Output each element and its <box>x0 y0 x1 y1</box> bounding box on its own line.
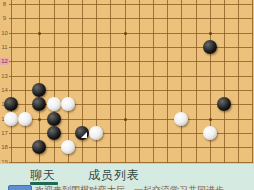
grid-line <box>125 0 126 163</box>
grid-line <box>224 0 225 163</box>
white-stone[interactable] <box>18 112 32 126</box>
grid-line <box>181 0 182 163</box>
grid-line <box>9 76 253 77</box>
last-move-marker-icon <box>81 132 87 138</box>
grid-line <box>25 0 26 163</box>
user-level-badge <box>8 185 32 190</box>
grid-line <box>238 0 239 163</box>
grid-line <box>9 18 253 19</box>
grid-line <box>9 61 253 62</box>
row-label-17: 17 <box>0 130 9 137</box>
star-point <box>209 118 212 121</box>
black-stone[interactable] <box>4 97 18 111</box>
white-stone[interactable] <box>203 126 217 140</box>
grid-line <box>153 0 154 163</box>
star-point <box>124 118 127 121</box>
black-stone[interactable] <box>217 97 231 111</box>
black-stone[interactable] <box>32 140 46 154</box>
row-label-8: 8 <box>0 1 9 8</box>
star-point <box>38 118 41 121</box>
grid-line <box>139 0 140 163</box>
coordinate-label-strip: 8910111213141516171819 <box>0 0 9 164</box>
star-point <box>209 32 212 35</box>
white-stone[interactable] <box>61 140 75 154</box>
grid-line <box>68 0 69 163</box>
tab-member-list[interactable]: 成员列表 <box>88 167 140 184</box>
go-app-screen: 8910111213141516171819 聊天 成员列表 欢迎来到围棋对弈大… <box>0 0 254 190</box>
grid-line <box>196 0 197 163</box>
tab-bar: 聊天 成员列表 <box>0 166 254 183</box>
black-stone[interactable] <box>32 97 46 111</box>
grid-line <box>11 0 12 163</box>
go-board[interactable]: 8910111213141516171819 <box>0 0 254 164</box>
grid-line <box>252 0 253 163</box>
white-stone[interactable] <box>61 97 75 111</box>
white-stone[interactable] <box>174 112 188 126</box>
black-stone[interactable] <box>203 40 217 54</box>
row-label-11: 11 <box>0 44 9 51</box>
row-label-9: 9 <box>0 15 9 22</box>
black-stone[interactable] <box>32 83 46 97</box>
grid-line <box>9 33 253 34</box>
star-point <box>38 32 41 35</box>
black-stone[interactable] <box>47 126 61 140</box>
row-label-14: 14 <box>0 87 9 94</box>
white-stone[interactable] <box>4 112 18 126</box>
row-label-10: 10 <box>0 30 9 37</box>
star-point <box>124 32 127 35</box>
chat-message-row[interactable]: 欢迎来到围棋对弈大厅，一起交流学习共同进步 <box>0 184 254 190</box>
grid-line <box>9 4 253 5</box>
grid-line <box>167 0 168 163</box>
chat-message-text: 欢迎来到围棋对弈大厅，一起交流学习共同进步 <box>35 185 250 190</box>
bottom-panel: 聊天 成员列表 欢迎来到围棋对弈大厅，一起交流学习共同进步 <box>0 163 254 190</box>
white-stone[interactable] <box>47 97 61 111</box>
black-stone[interactable] <box>47 112 61 126</box>
row-label-13: 13 <box>0 73 9 80</box>
row-label-18: 18 <box>0 144 9 151</box>
black-stone[interactable] <box>75 126 89 140</box>
row-label-12: 12 <box>0 58 9 65</box>
white-stone[interactable] <box>89 126 103 140</box>
grid-line <box>110 0 111 163</box>
grid-line <box>39 0 40 163</box>
